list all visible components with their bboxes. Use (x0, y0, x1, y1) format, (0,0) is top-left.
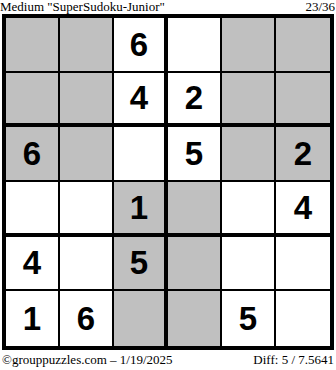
cell-r2c4[interactable]: 2 (168, 73, 222, 128)
cell-r1c4[interactable] (168, 18, 222, 73)
cell-r1c5[interactable] (222, 18, 276, 73)
cell-r6c1[interactable]: 1 (6, 291, 60, 346)
cell-r3c2[interactable] (60, 127, 114, 182)
puzzle-title: Medium "SuperSudoku-Junior" (0, 0, 165, 14)
cell-r6c6[interactable] (276, 291, 330, 346)
cell-r5c4[interactable] (168, 237, 222, 292)
cell-r1c1[interactable] (6, 18, 60, 73)
cell-r1c6[interactable] (276, 18, 330, 73)
cell-r4c4[interactable] (168, 182, 222, 237)
cell-r6c4[interactable] (168, 291, 222, 346)
sudoku-board: 6426521445165 (2, 14, 334, 350)
footer: ©grouppuzzles.com – 1/19/2025 Diff: 5 / … (0, 353, 336, 367)
cell-r5c3[interactable]: 5 (114, 237, 168, 292)
cell-r5c6[interactable] (276, 237, 330, 292)
cell-r4c3[interactable]: 1 (114, 182, 168, 237)
cell-r3c1[interactable]: 6 (6, 127, 60, 182)
puzzle-counter: 23/36 (305, 0, 335, 14)
cell-r2c2[interactable] (60, 73, 114, 128)
cell-r1c3[interactable]: 6 (114, 18, 168, 73)
cell-r2c5[interactable] (222, 73, 276, 128)
cell-r3c5[interactable] (222, 127, 276, 182)
cell-r1c2[interactable] (60, 18, 114, 73)
cell-r4c1[interactable] (6, 182, 60, 237)
cell-r2c6[interactable] (276, 73, 330, 128)
cell-r6c2[interactable]: 6 (60, 291, 114, 346)
cell-r5c5[interactable] (222, 237, 276, 292)
cell-r4c6[interactable]: 4 (276, 182, 330, 237)
cell-r6c3[interactable] (114, 291, 168, 346)
difficulty-text: Diff: 5 / 7.5641 (253, 353, 334, 367)
cell-r3c4[interactable]: 5 (168, 127, 222, 182)
cell-r5c2[interactable] (60, 237, 114, 292)
header: Medium "SuperSudoku-Junior" 23/36 (0, 0, 336, 14)
cell-r4c2[interactable] (60, 182, 114, 237)
cell-r4c5[interactable] (222, 182, 276, 237)
cell-r2c3[interactable]: 4 (114, 73, 168, 128)
copyright-text: ©grouppuzzles.com – 1/19/2025 (2, 353, 173, 367)
cell-r5c1[interactable]: 4 (6, 237, 60, 292)
cell-r2c1[interactable] (6, 73, 60, 128)
puzzle-page: Medium "SuperSudoku-Junior" 23/36 642652… (0, 0, 336, 370)
cell-r3c6[interactable]: 2 (276, 127, 330, 182)
cell-r3c3[interactable] (114, 127, 168, 182)
cell-r6c5[interactable]: 5 (222, 291, 276, 346)
